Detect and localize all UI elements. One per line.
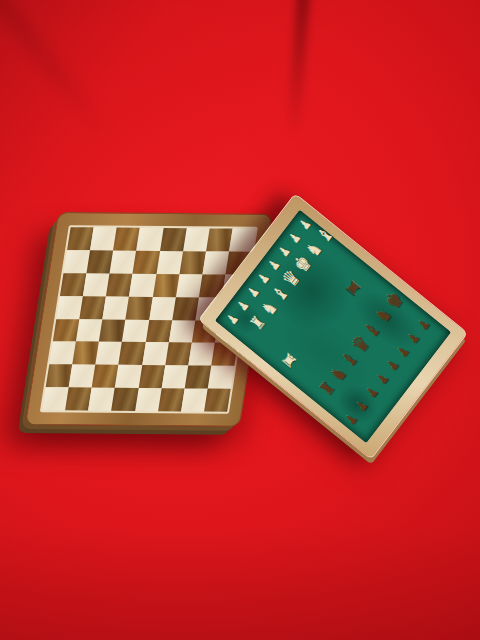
white-bishop: ♝ bbox=[269, 283, 291, 304]
board-square bbox=[87, 250, 114, 273]
dark-knight: ♞ bbox=[372, 305, 394, 326]
dark-pawn: ♟ bbox=[343, 411, 359, 427]
board-square bbox=[184, 366, 211, 389]
white-rook: ♜ bbox=[248, 313, 269, 333]
white-pawn: ♟ bbox=[276, 243, 292, 259]
board-square bbox=[113, 228, 140, 251]
dark-bishop: ♝ bbox=[339, 349, 361, 370]
board-square bbox=[172, 297, 199, 320]
white-pawn: ♟ bbox=[235, 297, 251, 313]
board-square bbox=[72, 342, 99, 365]
white-pawn: ♟ bbox=[245, 284, 261, 300]
board-square bbox=[111, 388, 138, 411]
dark-pawn: ♟ bbox=[384, 357, 400, 373]
dark-pawn: ♟ bbox=[415, 317, 431, 333]
white-bishop: ♝ bbox=[314, 224, 336, 245]
white-rook: ♜ bbox=[278, 350, 299, 371]
board-square bbox=[99, 319, 126, 342]
dark-rook: ♜ bbox=[317, 379, 338, 399]
white-pawn: ♟ bbox=[286, 230, 302, 246]
dark-knight: ♞ bbox=[327, 363, 349, 384]
white-knight: ♞ bbox=[258, 297, 280, 318]
board-square bbox=[208, 366, 235, 389]
dark-pawn: ♟ bbox=[395, 344, 411, 360]
white-pawn: ♟ bbox=[297, 216, 313, 232]
dark-pawn: ♟ bbox=[353, 398, 369, 414]
board-square bbox=[133, 251, 160, 274]
white-pawn: ♟ bbox=[266, 257, 282, 273]
board-square bbox=[160, 228, 187, 251]
scene: ♟♟♟♟♟♟♟♟♝♞♚♛♝♞♜♜♜♚♞♝♛♝♞♜♟♟♟♟♟♟♟♟ bbox=[0, 0, 480, 640]
dark-rook: ♜ bbox=[342, 278, 363, 299]
dark-pawn: ♟ bbox=[374, 371, 390, 387]
board-square bbox=[152, 274, 179, 297]
board-square bbox=[53, 319, 80, 342]
board-square bbox=[204, 389, 231, 412]
board-square bbox=[92, 365, 119, 388]
white-pawn: ♟ bbox=[224, 311, 240, 327]
dark-pawn: ♟ bbox=[364, 384, 380, 400]
dark-pawn: ♟ bbox=[405, 330, 421, 346]
white-pawn: ♟ bbox=[255, 270, 271, 286]
